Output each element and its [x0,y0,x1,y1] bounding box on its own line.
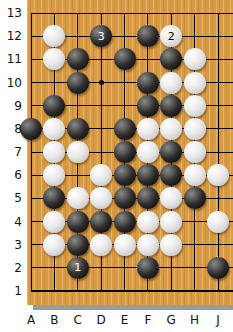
white-stone [137,211,159,233]
black-stone [137,257,159,279]
white-stone [184,48,206,70]
white-stone [43,164,65,186]
go-app-screen: 321 13121110987654321 ABCDEFGHJ [0,0,233,332]
white-stone [43,25,65,47]
go-board[interactable]: 321 [27,0,233,305]
black-stone [90,211,112,233]
black-stone [67,234,89,256]
black-stone [67,118,89,140]
row-coordinate-label: 6 [0,168,22,182]
grid-line [31,267,233,268]
white-stone [90,164,112,186]
white-stone [184,118,206,140]
move-number-label: 1 [74,262,81,273]
black-stone [67,48,89,70]
black-stone [207,257,229,279]
row-coordinate-label: 4 [0,215,22,229]
white-stone [67,187,89,209]
column-coordinate-label: A [22,312,40,328]
column-coordinate-label: D [92,312,110,328]
black-stone [137,25,159,47]
row-coordinate-label: 2 [0,261,22,275]
move-number-label: 2 [168,31,175,42]
row-coordinate-label: 5 [0,191,22,205]
white-stone [137,141,159,163]
star-point [99,80,104,85]
white-stone [160,187,182,209]
grid-line [31,13,32,292]
column-coordinate-label: F [139,312,157,328]
black-stone [20,118,42,140]
white-stone [90,187,112,209]
column-coordinate-label: J [209,312,227,328]
row-coordinate-label: 8 [0,122,22,136]
white-stone [207,211,229,233]
row-coordinate-label: 13 [0,6,22,20]
row-coordinate-label: 9 [0,99,22,113]
white-stone [67,141,89,163]
column-coordinate-label: C [69,312,87,328]
white-stone [160,211,182,233]
black-stone [114,187,136,209]
grid-line [218,13,219,292]
row-coordinate-label: 1 [0,284,22,298]
black-stone [160,141,182,163]
white-stone [184,141,206,163]
white-stone [43,141,65,163]
row-coordinate-label: 12 [0,29,22,43]
white-stone [43,234,65,256]
white-stone [184,72,206,94]
black-stone: 1 [67,257,89,279]
black-stone [160,48,182,70]
row-coordinate-label: 11 [0,52,22,66]
black-stone [67,211,89,233]
white-stone [160,234,182,256]
black-stone [114,118,136,140]
white-stone [184,164,206,186]
white-stone [160,118,182,140]
black-stone [114,164,136,186]
black-stone [43,187,65,209]
white-stone: 2 [160,25,182,47]
row-coordinate-label: 7 [0,145,22,159]
white-stone [43,48,65,70]
black-stone [184,187,206,209]
black-stone [114,211,136,233]
black-stone [137,72,159,94]
grid-line [31,290,233,292]
black-stone [114,48,136,70]
black-stone [67,72,89,94]
move-number-label: 3 [98,31,105,42]
white-stone [184,95,206,117]
column-coordinate-label: B [45,312,63,328]
row-coordinate-label: 10 [0,76,22,90]
white-stone [160,72,182,94]
black-stone [160,164,182,186]
white-stone [114,234,136,256]
black-stone [137,164,159,186]
black-stone [137,187,159,209]
black-stone [160,95,182,117]
black-stone: 3 [90,25,112,47]
black-stone [137,95,159,117]
white-stone [43,211,65,233]
row-coordinate-label: 3 [0,238,22,252]
white-stone [137,234,159,256]
column-coordinate-label: G [162,312,180,328]
white-stone [207,164,229,186]
white-stone [90,234,112,256]
board-shadow [33,305,233,310]
grid-line [31,13,233,14]
white-stone [43,118,65,140]
black-stone [114,141,136,163]
white-stone [137,118,159,140]
black-stone [43,95,65,117]
column-coordinate-label: H [186,312,204,328]
column-coordinate-label: E [116,312,134,328]
